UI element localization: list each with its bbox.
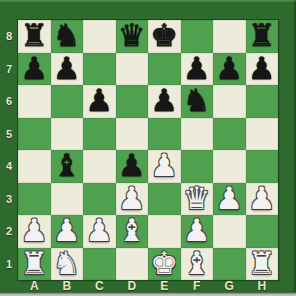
- square-f2[interactable]: ♟: [181, 215, 214, 248]
- piece-black-king: ♚: [150, 19, 178, 52]
- file-label-a: A: [18, 279, 51, 292]
- square-e7[interactable]: [148, 53, 181, 86]
- square-b7[interactable]: ♟: [51, 53, 84, 86]
- piece-white-pawn: ♟: [53, 214, 81, 247]
- piece-black-pawn: ♟: [53, 52, 81, 85]
- square-e2[interactable]: [148, 215, 181, 248]
- square-h8[interactable]: ♜: [246, 20, 279, 53]
- square-h4[interactable]: [246, 150, 279, 183]
- square-d6[interactable]: [116, 85, 149, 118]
- square-e8[interactable]: ♚: [148, 20, 181, 53]
- square-h5[interactable]: [246, 118, 279, 151]
- piece-white-rook: ♜: [248, 247, 276, 280]
- square-g5[interactable]: [213, 118, 246, 151]
- square-a2[interactable]: ♟: [18, 215, 51, 248]
- square-f8[interactable]: [181, 20, 214, 53]
- square-f6[interactable]: ♞: [181, 85, 214, 118]
- piece-black-pawn: ♟: [150, 84, 178, 117]
- rank-label-3: 3: [0, 183, 18, 216]
- square-g6[interactable]: [213, 85, 246, 118]
- piece-black-bishop: ♝: [53, 149, 81, 182]
- piece-white-pawn: ♟: [215, 182, 243, 215]
- square-a5[interactable]: [18, 118, 51, 151]
- square-e5[interactable]: [148, 118, 181, 151]
- file-label-h: H: [246, 279, 279, 292]
- square-a7[interactable]: ♟: [18, 53, 51, 86]
- piece-black-queen: ♛: [118, 19, 146, 52]
- file-label-b: B: [51, 279, 84, 292]
- square-g1[interactable]: [213, 248, 246, 281]
- square-c2[interactable]: ♟: [83, 215, 116, 248]
- square-d4[interactable]: ♟: [116, 150, 149, 183]
- file-label-e: E: [148, 279, 181, 292]
- border-bevel-right: [294, 0, 296, 296]
- square-c6[interactable]: ♟: [83, 85, 116, 118]
- square-f7[interactable]: ♟: [181, 53, 214, 86]
- piece-black-pawn: ♟: [20, 52, 48, 85]
- square-f1[interactable]: ♝: [181, 248, 214, 281]
- file-label-g: G: [213, 279, 246, 292]
- piece-black-rook: ♜: [248, 19, 276, 52]
- piece-white-pawn: ♟: [248, 182, 276, 215]
- square-a6[interactable]: [18, 85, 51, 118]
- square-c1[interactable]: [83, 248, 116, 281]
- piece-white-bishop: ♝: [118, 214, 146, 247]
- square-a3[interactable]: [18, 183, 51, 216]
- square-f4[interactable]: [181, 150, 214, 183]
- rank-labels-column: 87654321: [0, 20, 18, 280]
- square-d3[interactable]: ♟: [116, 183, 149, 216]
- square-c5[interactable]: [83, 118, 116, 151]
- square-g7[interactable]: ♟: [213, 53, 246, 86]
- piece-black-pawn: ♟: [183, 52, 211, 85]
- square-a4[interactable]: [18, 150, 51, 183]
- piece-white-rook: ♜: [20, 247, 48, 280]
- piece-black-pawn: ♟: [215, 52, 243, 85]
- square-b3[interactable]: [51, 183, 84, 216]
- square-h3[interactable]: ♟: [246, 183, 279, 216]
- piece-white-pawn: ♟: [20, 214, 48, 247]
- square-b1[interactable]: ♞: [51, 248, 84, 281]
- square-a1[interactable]: ♜: [18, 248, 51, 281]
- piece-white-bishop: ♝: [183, 247, 211, 280]
- square-f3[interactable]: ♛: [181, 183, 214, 216]
- piece-white-king: ♚: [150, 247, 178, 280]
- square-a8[interactable]: ♜: [18, 20, 51, 53]
- square-h7[interactable]: ♟: [246, 53, 279, 86]
- rank-label-6: 6: [0, 85, 18, 118]
- square-b6[interactable]: [51, 85, 84, 118]
- file-labels-row: ABCDEFGH: [18, 279, 278, 292]
- square-c7[interactable]: [83, 53, 116, 86]
- rank-label-2: 2: [0, 215, 18, 248]
- square-d1[interactable]: [116, 248, 149, 281]
- square-e3[interactable]: [148, 183, 181, 216]
- square-c4[interactable]: [83, 150, 116, 183]
- piece-white-pawn: ♟: [183, 214, 211, 247]
- square-c8[interactable]: [83, 20, 116, 53]
- rank-label-4: 4: [0, 150, 18, 183]
- square-g2[interactable]: [213, 215, 246, 248]
- square-e4[interactable]: ♟: [148, 150, 181, 183]
- piece-white-pawn: ♟: [118, 182, 146, 215]
- square-b8[interactable]: ♞: [51, 20, 84, 53]
- square-b4[interactable]: ♝: [51, 150, 84, 183]
- piece-black-pawn: ♟: [118, 149, 146, 182]
- chess-board-widget: 87654321 ♜♞♛♚♜♟♟♟♟♟♟♟♞♝♟♟♟♛♟♟♟♟♟♝♟♜♞♚♝♜ …: [0, 0, 296, 296]
- rank-label-7: 7: [0, 53, 18, 86]
- chess-board-grid: ♜♞♛♚♜♟♟♟♟♟♟♟♞♝♟♟♟♛♟♟♟♟♟♝♟♜♞♚♝♜: [18, 20, 278, 280]
- border-bevel-top: [0, 0, 296, 2]
- piece-white-pawn: ♟: [150, 149, 178, 182]
- rank-label-1: 1: [0, 248, 18, 281]
- piece-black-knight: ♞: [53, 19, 81, 52]
- rank-label-5: 5: [0, 118, 18, 151]
- square-g3[interactable]: ♟: [213, 183, 246, 216]
- square-d7[interactable]: [116, 53, 149, 86]
- square-e1[interactable]: ♚: [148, 248, 181, 281]
- square-g4[interactable]: [213, 150, 246, 183]
- square-h1[interactable]: ♜: [246, 248, 279, 281]
- file-label-f: F: [181, 279, 214, 292]
- piece-white-pawn: ♟: [85, 214, 113, 247]
- square-d5[interactable]: [116, 118, 149, 151]
- square-d8[interactable]: ♛: [116, 20, 149, 53]
- board-bottom-edge: [0, 292, 296, 296]
- rank-label-8: 8: [0, 20, 18, 53]
- piece-black-pawn: ♟: [248, 52, 276, 85]
- square-c3[interactable]: [83, 183, 116, 216]
- square-h6[interactable]: [246, 85, 279, 118]
- piece-white-knight: ♞: [53, 247, 81, 280]
- square-d2[interactable]: ♝: [116, 215, 149, 248]
- piece-white-queen: ♛: [183, 182, 211, 215]
- square-e6[interactable]: ♟: [148, 85, 181, 118]
- file-label-d: D: [116, 279, 149, 292]
- piece-black-rook: ♜: [20, 19, 48, 52]
- square-h2[interactable]: [246, 215, 279, 248]
- square-f5[interactable]: [181, 118, 214, 151]
- file-label-c: C: [83, 279, 116, 292]
- piece-black-pawn: ♟: [85, 84, 113, 117]
- square-b5[interactable]: [51, 118, 84, 151]
- square-b2[interactable]: ♟: [51, 215, 84, 248]
- square-g8[interactable]: [213, 20, 246, 53]
- piece-black-knight: ♞: [183, 84, 211, 117]
